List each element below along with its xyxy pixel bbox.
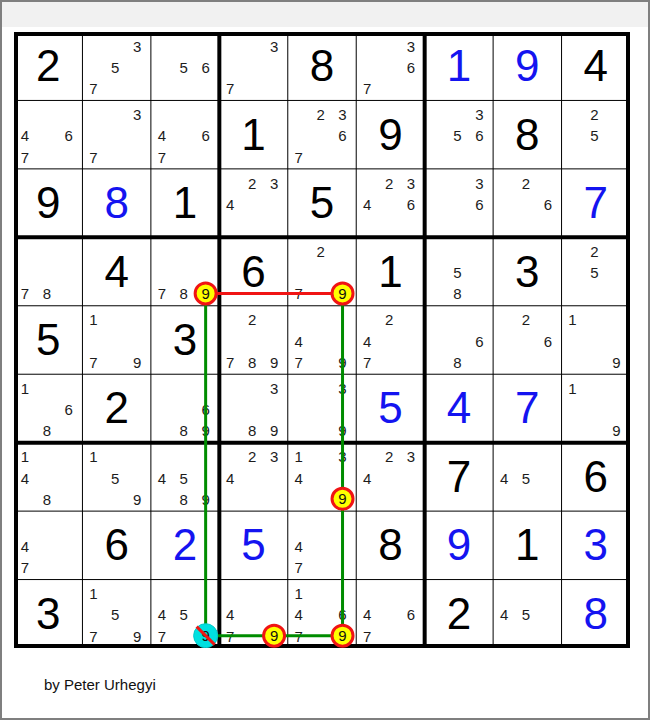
candidate-digit: 7 — [158, 286, 166, 301]
candidate-digit: 2 — [385, 175, 393, 190]
candidate-digit: 5 — [522, 607, 530, 622]
cell-r7c1[interactable]: 148 — [14, 443, 82, 511]
cell-r2c2[interactable]: 37 — [82, 100, 150, 168]
candidate-digit: 1 — [21, 449, 29, 464]
cell-r4c9[interactable]: 25 — [562, 237, 630, 305]
candidate-digit: 2 — [590, 107, 598, 122]
candidate-digit: 2 — [385, 312, 393, 327]
cell-r7c8[interactable]: 45 — [493, 443, 561, 511]
cell-r2c7[interactable]: 356 — [425, 100, 493, 168]
given-digit: 4 — [104, 250, 128, 294]
app-window: 2357563783671944673746712367935682598123… — [0, 0, 650, 720]
cell-r7c2[interactable]: 159 — [82, 443, 150, 511]
cell-r2c4[interactable]: 1 — [219, 100, 287, 168]
cell-r2c1[interactable]: 467 — [14, 100, 82, 168]
candidate-digit: 3 — [270, 380, 278, 395]
candidate-digit: 8 — [453, 286, 461, 301]
candidate-digit: 7 — [21, 149, 29, 164]
candidate-digit: 6 — [201, 128, 209, 143]
candidate-digit: 7 — [89, 81, 97, 96]
candidate-digit: 8 — [43, 423, 51, 438]
candidate-digit: 1 — [89, 586, 97, 601]
sudoku-board[interactable]: 2357563783671944673746712367935682598123… — [14, 32, 630, 648]
candidate-digit: 6 — [475, 128, 483, 143]
cell-r5c7[interactable]: 68 — [425, 306, 493, 374]
given-digit: 1 — [515, 523, 539, 567]
candidate-digit: 6 — [407, 196, 415, 211]
cell-r3c9[interactable]: 7 — [562, 169, 630, 237]
candidate-digit: 5 — [180, 607, 188, 622]
candidate-digit: 6 — [544, 196, 552, 211]
candidate-digit: 6 — [407, 59, 415, 74]
given-digit: 2 — [104, 386, 128, 430]
cell-r8c9[interactable]: 3 — [562, 511, 630, 579]
candidate-digit: 5 — [111, 470, 119, 485]
solved-digit: 1 — [447, 44, 471, 88]
cell-r7c9[interactable]: 6 — [562, 443, 630, 511]
candidate-digit: 4 — [158, 128, 166, 143]
cell-r9c5[interactable]: 14679 — [288, 580, 356, 648]
solved-digit: 7 — [515, 386, 539, 430]
cell-r9c6[interactable]: 467 — [356, 580, 424, 648]
candidate-digit: 3 — [133, 107, 141, 122]
candidate-digit: 1 — [295, 449, 303, 464]
candidate-digit: 2 — [385, 449, 393, 464]
cell-r6c1[interactable]: 168 — [14, 374, 82, 442]
candidate-digit: 8 — [453, 354, 461, 369]
given-digit: 6 — [241, 250, 265, 294]
candidate-digit: 3 — [338, 449, 346, 464]
cell-r8c5[interactable]: 47 — [288, 511, 356, 579]
candidate-digit: 7 — [295, 628, 303, 643]
candidate-digit: 9 — [338, 354, 346, 369]
candidate-digit: 4 — [226, 470, 234, 485]
candidate-digit: 2 — [248, 312, 256, 327]
cell-r5c5[interactable]: 479 — [288, 306, 356, 374]
candidate-digit: 4 — [295, 470, 303, 485]
cell-r4c3[interactable]: 789 — [151, 237, 219, 305]
given-digit: 2 — [36, 44, 60, 88]
cell-r1c4[interactable]: 37 — [219, 32, 287, 100]
candidate-digit: 7 — [89, 149, 97, 164]
candidate-digit: 9 — [133, 628, 141, 643]
candidate-digit: 3 — [338, 380, 346, 395]
candidate-digit: 5 — [453, 128, 461, 143]
cell-r6c8[interactable]: 7 — [493, 374, 561, 442]
candidate-digit: 8 — [180, 423, 188, 438]
candidate-digit: 8 — [43, 491, 51, 506]
candidate-digit: 5 — [180, 470, 188, 485]
solved-digit: 5 — [378, 386, 402, 430]
cell-r8c1[interactable]: 47 — [14, 511, 82, 579]
solved-digit: 4 — [447, 386, 471, 430]
candidate-digit: 1 — [568, 380, 576, 395]
cell-r5c2[interactable]: 179 — [82, 306, 150, 374]
cell-r6c7[interactable]: 4 — [425, 374, 493, 442]
cell-r1c2[interactable]: 357 — [82, 32, 150, 100]
given-digit: 7 — [447, 455, 471, 499]
cell-r3c5[interactable]: 5 — [288, 169, 356, 237]
candidate-digit: 4 — [226, 196, 234, 211]
cell-r1c7[interactable]: 1 — [425, 32, 493, 100]
candidate-digit: 4 — [226, 607, 234, 622]
cell-r9c4[interactable]: 479 — [219, 580, 287, 648]
candidate-digit: 6 — [65, 402, 73, 417]
candidate-digit: 7 — [226, 628, 234, 643]
given-digit: 3 — [173, 318, 197, 362]
candidate-digit: 4 — [295, 539, 303, 554]
given-digit: 1 — [241, 113, 265, 157]
candidate-digit: 6 — [65, 128, 73, 143]
candidate-digit: 5 — [453, 265, 461, 280]
cell-r7c4[interactable]: 234 — [219, 443, 287, 511]
candidate-digit: 5 — [111, 59, 119, 74]
cell-r2c5[interactable]: 2367 — [288, 100, 356, 168]
candidate-digit: 8 — [248, 354, 256, 369]
cell-r6c4[interactable]: 389 — [219, 374, 287, 442]
cell-r4c4[interactable]: 6 — [219, 237, 287, 305]
cell-r4c7[interactable]: 58 — [425, 237, 493, 305]
cell-r8c2[interactable]: 6 — [82, 511, 150, 579]
candidate-digit: 7 — [21, 560, 29, 575]
candidate-digit: 1 — [21, 380, 29, 395]
candidate-digit: 6 — [475, 196, 483, 211]
given-digit: 5 — [310, 181, 334, 225]
title-bar — [2, 2, 648, 27]
given-digit: 5 — [36, 318, 60, 362]
given-digit: 8 — [378, 523, 402, 567]
candidate-digit: 7 — [363, 354, 371, 369]
cell-r9c1[interactable]: 3 — [14, 580, 82, 648]
candidate-digit: 4 — [363, 333, 371, 348]
cell-r5c4[interactable]: 2789 — [219, 306, 287, 374]
cell-r7c3[interactable]: 4589 — [151, 443, 219, 511]
cell-r2c9[interactable]: 25 — [562, 100, 630, 168]
cell-r1c1[interactable]: 2 — [14, 32, 82, 100]
cell-r4c1[interactable]: 78 — [14, 237, 82, 305]
solved-digit: 9 — [447, 523, 471, 567]
given-digit: 6 — [584, 455, 608, 499]
candidate-digit: 3 — [338, 107, 346, 122]
candidate-digit: 9 — [338, 286, 346, 301]
candidate-digit: 7 — [226, 354, 234, 369]
candidate-digit: 9 — [133, 491, 141, 506]
candidate-digit: 9 — [612, 423, 620, 438]
cell-r2c6[interactable]: 9 — [356, 100, 424, 168]
candidate-digit: 2 — [248, 449, 256, 464]
candidate-digit: 4 — [21, 128, 29, 143]
cell-r9c2[interactable]: 1579 — [82, 580, 150, 648]
given-digit: 2 — [447, 592, 471, 636]
candidate-digit: 9 — [133, 354, 141, 369]
candidate-digit: 3 — [407, 38, 415, 53]
cell-r4c8[interactable]: 3 — [493, 237, 561, 305]
cell-r8c4[interactable]: 5 — [219, 511, 287, 579]
given-digit: 3 — [36, 592, 60, 636]
candidate-digit: 4 — [500, 607, 508, 622]
candidate-digit: 9 — [201, 491, 209, 506]
cell-r4c5[interactable]: 279 — [288, 237, 356, 305]
candidate-digit: 5 — [522, 470, 530, 485]
cell-r6c9[interactable]: 19 — [562, 374, 630, 442]
candidate-digit: 9 — [338, 423, 346, 438]
candidate-digit: 9 — [270, 423, 278, 438]
candidate-digit: 4 — [158, 470, 166, 485]
cell-r6c6[interactable]: 5 — [356, 374, 424, 442]
candidate-digit: 6 — [338, 128, 346, 143]
cell-r9c8[interactable]: 45 — [493, 580, 561, 648]
candidate-digit: 8 — [248, 423, 256, 438]
candidate-digit: 5 — [590, 265, 598, 280]
cell-r9c7[interactable]: 2 — [425, 580, 493, 648]
cell-r5c1[interactable]: 5 — [14, 306, 82, 374]
candidate-digit: 3 — [475, 107, 483, 122]
candidate-digit: 7 — [295, 560, 303, 575]
candidate-digit: 9 — [612, 354, 620, 369]
candidate-digit: 4 — [363, 196, 371, 211]
candidate-digit: 4 — [158, 607, 166, 622]
cell-r6c5[interactable]: 39 — [288, 374, 356, 442]
cell-r3c3[interactable]: 1 — [151, 169, 219, 237]
candidate-digit: 4 — [21, 470, 29, 485]
candidate-digit: 6 — [338, 607, 346, 622]
given-digit: 4 — [584, 44, 608, 88]
candidate-digit: 7 — [295, 149, 303, 164]
given-digit: 8 — [515, 113, 539, 157]
candidate-digit: 1 — [568, 312, 576, 327]
candidate-digit: 4 — [500, 470, 508, 485]
cell-r5c9[interactable]: 19 — [562, 306, 630, 374]
cell-r3c4[interactable]: 234 — [219, 169, 287, 237]
cell-r1c8[interactable]: 9 — [493, 32, 561, 100]
cell-r7c6[interactable]: 234 — [356, 443, 424, 511]
candidate-digit: 3 — [270, 38, 278, 53]
cell-r6c2[interactable]: 2 — [82, 374, 150, 442]
candidate-digit: 3 — [475, 175, 483, 190]
candidate-digit: 2 — [316, 107, 324, 122]
candidate-digit: 7 — [363, 81, 371, 96]
cell-r1c3[interactable]: 56 — [151, 32, 219, 100]
candidate-digit: 9 — [270, 628, 278, 643]
cell-r5c6[interactable]: 247 — [356, 306, 424, 374]
solved-digit: 7 — [584, 181, 608, 225]
candidate-digit: 1 — [89, 449, 97, 464]
candidate-digit: 7 — [363, 628, 371, 643]
candidate-digit: 7 — [89, 628, 97, 643]
candidate-digit: 7 — [295, 286, 303, 301]
candidate-digit: 5 — [590, 128, 598, 143]
candidate-digit: 7 — [21, 286, 29, 301]
solved-digit: 8 — [584, 592, 608, 636]
cell-r8c3[interactable]: 2 — [151, 511, 219, 579]
candidate-digit: 9 — [338, 491, 346, 506]
cell-r3c2[interactable]: 8 — [82, 169, 150, 237]
candidate-digit: 2 — [590, 244, 598, 259]
solved-digit: 5 — [241, 523, 265, 567]
candidate-digit: 5 — [180, 59, 188, 74]
given-digit: 9 — [36, 181, 60, 225]
cell-r3c6[interactable]: 2346 — [356, 169, 424, 237]
given-digit: 6 — [104, 523, 128, 567]
candidate-digit: 3 — [407, 449, 415, 464]
candidate-digit: 6 — [544, 333, 552, 348]
candidate-digit: 4 — [295, 607, 303, 622]
cell-r1c6[interactable]: 367 — [356, 32, 424, 100]
given-digit: 8 — [310, 44, 334, 88]
candidate-digit: 1 — [295, 586, 303, 601]
candidate-digit: 2 — [522, 175, 530, 190]
cell-r7c7[interactable]: 7 — [425, 443, 493, 511]
candidate-digit: 6 — [201, 59, 209, 74]
cell-r2c8[interactable]: 8 — [493, 100, 561, 168]
cell-r8c6[interactable]: 8 — [356, 511, 424, 579]
candidate-digit: 4 — [295, 333, 303, 348]
cell-r7c5[interactable]: 1349 — [288, 443, 356, 511]
candidate-digit: 9 — [338, 628, 346, 643]
author-credit: by Peter Urhegyi — [44, 676, 156, 693]
candidate-digit: 3 — [270, 449, 278, 464]
given-digit: 1 — [378, 250, 402, 294]
candidate-digit: 5 — [111, 607, 119, 622]
solved-digit: 9 — [515, 44, 539, 88]
cell-r8c7[interactable]: 9 — [425, 511, 493, 579]
candidate-digit: 2 — [522, 312, 530, 327]
cell-r8c8[interactable]: 1 — [493, 511, 561, 579]
candidate-digit: 9 — [201, 628, 209, 643]
candidate-digit: 4 — [363, 607, 371, 622]
candidate-digit: 9 — [201, 286, 209, 301]
cell-r4c6[interactable]: 1 — [356, 237, 424, 305]
candidate-digit: 8 — [43, 286, 51, 301]
given-digit: 3 — [515, 250, 539, 294]
cell-r2c3[interactable]: 467 — [151, 100, 219, 168]
cell-r6c3[interactable]: 689 — [151, 374, 219, 442]
candidate-digit: 7 — [158, 149, 166, 164]
candidate-digit: 8 — [180, 491, 188, 506]
candidate-digit: 9 — [201, 423, 209, 438]
candidate-digit: 6 — [407, 607, 415, 622]
candidate-digit: 7 — [295, 354, 303, 369]
cell-r9c3[interactable]: 4579 — [151, 580, 219, 648]
candidate-digit: 9 — [270, 354, 278, 369]
cell-r1c5[interactable]: 8 — [288, 32, 356, 100]
candidate-digit: 2 — [248, 175, 256, 190]
cell-r3c7[interactable]: 36 — [425, 169, 493, 237]
solved-digit: 8 — [104, 181, 128, 225]
candidate-digit: 8 — [180, 286, 188, 301]
candidate-digit: 7 — [89, 354, 97, 369]
solved-digit: 3 — [584, 523, 608, 567]
candidate-digit: 1 — [89, 312, 97, 327]
cell-r4c2[interactable]: 4 — [82, 237, 150, 305]
candidate-digit: 3 — [407, 175, 415, 190]
cell-r5c8[interactable]: 26 — [493, 306, 561, 374]
cell-r3c8[interactable]: 26 — [493, 169, 561, 237]
candidate-digit: 7 — [226, 81, 234, 96]
candidate-digit: 4 — [363, 470, 371, 485]
cell-r9c9[interactable]: 8 — [562, 580, 630, 648]
cell-r1c9[interactable]: 4 — [562, 32, 630, 100]
candidate-digit: 3 — [270, 175, 278, 190]
given-digit: 1 — [173, 181, 197, 225]
cell-r3c1[interactable]: 9 — [14, 169, 82, 237]
cell-r5c3[interactable]: 3 — [151, 306, 219, 374]
given-digit: 9 — [378, 113, 402, 157]
solved-digit: 2 — [173, 523, 197, 567]
candidate-digit: 6 — [475, 333, 483, 348]
candidate-digit: 4 — [21, 539, 29, 554]
candidate-digit: 3 — [133, 38, 141, 53]
candidate-digit: 2 — [316, 244, 324, 259]
candidate-digit: 7 — [158, 628, 166, 643]
candidate-digit: 6 — [201, 402, 209, 417]
